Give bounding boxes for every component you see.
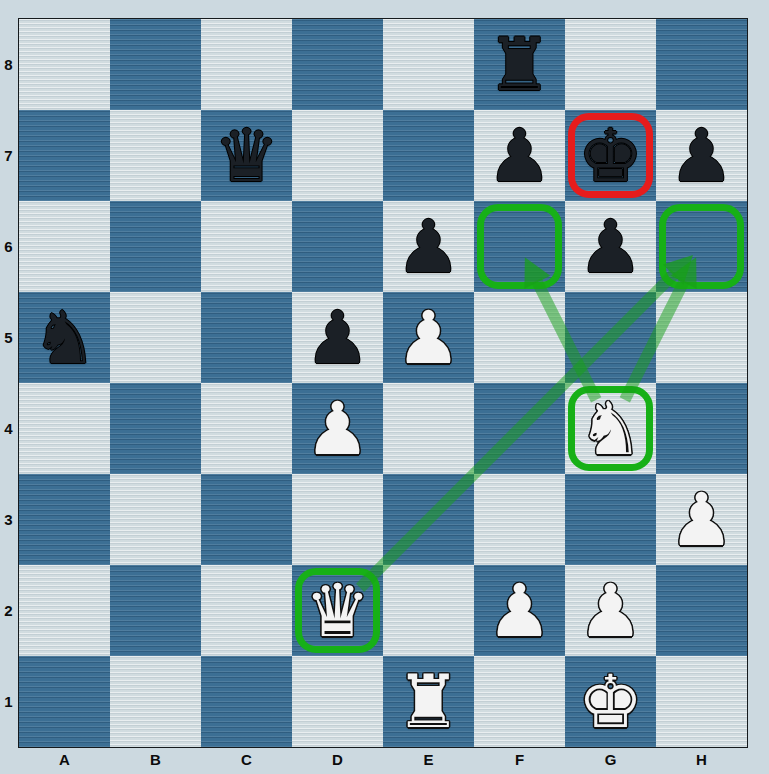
square-e2[interactable] (383, 565, 474, 656)
square-c2[interactable] (201, 565, 292, 656)
rank-label-1: 1 (0, 656, 17, 747)
rank-label-2: 2 (0, 565, 17, 656)
rank-label-7: 7 (0, 110, 17, 201)
square-b6[interactable] (110, 201, 201, 292)
square-g1[interactable]: ♚ (565, 656, 656, 747)
square-e3[interactable] (383, 474, 474, 565)
black-pawn-g6[interactable]: ♟ (578, 201, 643, 292)
square-f7[interactable]: ♟ (474, 110, 565, 201)
square-c1[interactable] (201, 656, 292, 747)
square-a8[interactable] (19, 19, 110, 110)
black-pawn-h7[interactable]: ♟ (669, 110, 734, 201)
square-g4[interactable]: ♞ (565, 383, 656, 474)
square-g3[interactable] (565, 474, 656, 565)
square-h6[interactable] (656, 201, 747, 292)
black-pawn-e6[interactable]: ♟ (396, 201, 461, 292)
square-c6[interactable] (201, 201, 292, 292)
square-d8[interactable] (292, 19, 383, 110)
square-e5[interactable]: ♟ (383, 292, 474, 383)
square-h3[interactable]: ♟ (656, 474, 747, 565)
chess-board-screenshot: ♜♛♟♚♟♟♟♞♟♟♟♞♟♛♟♟♜♚ 87654321 ABCDEFGH (0, 0, 769, 774)
square-d6[interactable] (292, 201, 383, 292)
square-a7[interactable] (19, 110, 110, 201)
square-g7[interactable]: ♚ (565, 110, 656, 201)
square-e8[interactable] (383, 19, 474, 110)
square-b4[interactable] (110, 383, 201, 474)
square-a5[interactable]: ♞ (19, 292, 110, 383)
square-h1[interactable] (656, 656, 747, 747)
square-a2[interactable] (19, 565, 110, 656)
white-rook-e1[interactable]: ♜ (396, 656, 461, 747)
square-f8[interactable]: ♜ (474, 19, 565, 110)
file-label-a: A (19, 749, 110, 771)
square-d5[interactable]: ♟ (292, 292, 383, 383)
white-pawn-e5[interactable]: ♟ (396, 292, 461, 383)
square-b1[interactable] (110, 656, 201, 747)
white-knight-g4[interactable]: ♞ (578, 383, 643, 474)
square-a3[interactable] (19, 474, 110, 565)
square-f6[interactable] (474, 201, 565, 292)
rank-label-6: 6 (0, 201, 17, 292)
white-pawn-g2[interactable]: ♟ (578, 565, 643, 656)
square-h8[interactable] (656, 19, 747, 110)
square-h4[interactable] (656, 383, 747, 474)
square-h7[interactable]: ♟ (656, 110, 747, 201)
square-d1[interactable] (292, 656, 383, 747)
square-e1[interactable]: ♜ (383, 656, 474, 747)
rank-label-3: 3 (0, 474, 17, 565)
square-e4[interactable] (383, 383, 474, 474)
square-a4[interactable] (19, 383, 110, 474)
square-b2[interactable] (110, 565, 201, 656)
file-label-d: D (292, 749, 383, 771)
black-rook-f8[interactable]: ♜ (487, 19, 552, 110)
file-label-e: E (383, 749, 474, 771)
white-king-g1[interactable]: ♚ (578, 656, 643, 747)
square-f3[interactable] (474, 474, 565, 565)
square-c3[interactable] (201, 474, 292, 565)
file-label-f: F (474, 749, 565, 771)
black-queen-c7[interactable]: ♛ (214, 110, 279, 201)
square-b3[interactable] (110, 474, 201, 565)
square-f5[interactable] (474, 292, 565, 383)
square-g2[interactable]: ♟ (565, 565, 656, 656)
white-pawn-f2[interactable]: ♟ (487, 565, 552, 656)
rank-label-4: 4 (0, 383, 17, 474)
file-label-h: H (656, 749, 747, 771)
square-b5[interactable] (110, 292, 201, 383)
black-pawn-f7[interactable]: ♟ (487, 110, 552, 201)
square-h2[interactable] (656, 565, 747, 656)
square-e7[interactable] (383, 110, 474, 201)
file-label-b: B (110, 749, 201, 771)
square-c8[interactable] (201, 19, 292, 110)
square-f1[interactable] (474, 656, 565, 747)
square-d4[interactable]: ♟ (292, 383, 383, 474)
rank-label-8: 8 (0, 19, 17, 110)
white-queen-d2[interactable]: ♛ (305, 565, 370, 656)
square-g6[interactable]: ♟ (565, 201, 656, 292)
square-g8[interactable] (565, 19, 656, 110)
square-c7[interactable]: ♛ (201, 110, 292, 201)
file-label-c: C (201, 749, 292, 771)
square-d2[interactable]: ♛ (292, 565, 383, 656)
square-e6[interactable]: ♟ (383, 201, 474, 292)
square-b7[interactable] (110, 110, 201, 201)
square-g5[interactable] (565, 292, 656, 383)
square-d3[interactable] (292, 474, 383, 565)
square-a1[interactable] (19, 656, 110, 747)
square-f4[interactable] (474, 383, 565, 474)
square-c4[interactable] (201, 383, 292, 474)
rank-label-5: 5 (0, 292, 17, 383)
square-d7[interactable] (292, 110, 383, 201)
square-b8[interactable] (110, 19, 201, 110)
square-f2[interactable]: ♟ (474, 565, 565, 656)
square-h5[interactable] (656, 292, 747, 383)
white-pawn-h3[interactable]: ♟ (669, 474, 734, 565)
file-label-g: G (565, 749, 656, 771)
white-pawn-d4[interactable]: ♟ (305, 383, 370, 474)
square-a6[interactable] (19, 201, 110, 292)
black-knight-a5[interactable]: ♞ (32, 292, 97, 383)
chess-board: ♜♛♟♚♟♟♟♞♟♟♟♞♟♛♟♟♜♚ (19, 19, 747, 747)
black-pawn-d5[interactable]: ♟ (305, 292, 370, 383)
square-c5[interactable] (201, 292, 292, 383)
black-king-g7[interactable]: ♚ (578, 110, 643, 201)
